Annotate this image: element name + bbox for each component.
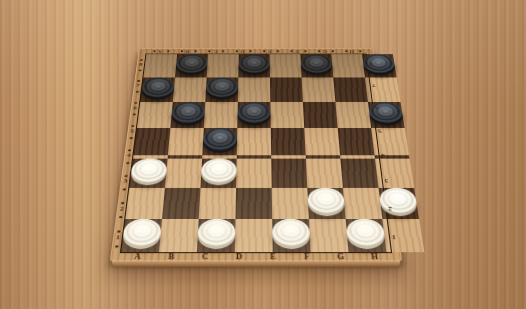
square-b1[interactable] — [159, 219, 199, 252]
square-a2[interactable] — [125, 188, 165, 219]
white-piece-f2[interactable] — [307, 188, 345, 213]
square-c8[interactable] — [207, 54, 239, 77]
square-b6[interactable] — [170, 102, 205, 128]
file-label-G: G — [323, 252, 358, 261]
black-piece-d6[interactable] — [237, 102, 270, 123]
square-e3[interactable] — [271, 159, 307, 188]
square-d1[interactable] — [235, 219, 273, 252]
square-d2[interactable] — [235, 188, 272, 219]
square-e7[interactable] — [270, 77, 303, 102]
black-piece-d8[interactable] — [238, 54, 269, 73]
black-piece-b8[interactable] — [175, 54, 208, 73]
square-d6[interactable] — [237, 102, 270, 128]
black-piece-a7[interactable] — [141, 77, 175, 97]
square-h8[interactable] — [362, 54, 397, 77]
black-piece-h6[interactable] — [368, 102, 404, 123]
board-field — [121, 54, 391, 252]
file-label-A: A — [120, 252, 155, 261]
white-piece-a3[interactable] — [130, 158, 168, 182]
square-f3[interactable] — [306, 159, 343, 188]
square-h2[interactable] — [379, 188, 420, 219]
square-g2[interactable] — [343, 188, 382, 219]
square-f6[interactable] — [303, 102, 338, 128]
square-b7[interactable] — [173, 77, 207, 102]
square-c2[interactable] — [199, 188, 236, 219]
square-d5[interactable] — [237, 128, 271, 155]
square-c5[interactable] — [202, 128, 237, 155]
white-piece-a1[interactable] — [122, 219, 162, 246]
square-a3[interactable] — [129, 159, 167, 188]
square-a1[interactable] — [121, 219, 162, 252]
square-c6[interactable] — [204, 102, 238, 128]
black-piece-h8[interactable] — [362, 54, 396, 73]
file-label-C: C — [188, 252, 222, 261]
square-a6[interactable] — [137, 102, 173, 128]
square-c3[interactable] — [200, 159, 236, 188]
square-g7[interactable] — [333, 77, 368, 102]
white-piece-c1[interactable] — [197, 219, 235, 246]
square-g8[interactable] — [331, 54, 365, 77]
square-f8[interactable] — [300, 54, 333, 77]
square-f2[interactable] — [307, 188, 345, 219]
square-h3[interactable] — [375, 159, 414, 188]
square-e1[interactable] — [272, 219, 310, 252]
square-f1[interactable] — [309, 219, 349, 252]
black-piece-c7[interactable] — [206, 77, 239, 97]
file-label-E: E — [256, 252, 290, 261]
square-e8[interactable] — [270, 54, 302, 77]
square-c1[interactable] — [197, 219, 236, 252]
file-label-D: D — [222, 252, 256, 261]
square-b8[interactable] — [175, 54, 208, 77]
square-c7[interactable] — [205, 77, 238, 102]
black-piece-c5[interactable] — [203, 128, 238, 150]
square-a5[interactable] — [133, 128, 170, 155]
file-label-F: F — [290, 252, 324, 261]
square-h5[interactable] — [371, 128, 409, 155]
square-h1[interactable] — [382, 219, 424, 252]
file-label-B: B — [154, 252, 189, 261]
square-g5[interactable] — [338, 128, 375, 155]
square-f5[interactable] — [304, 128, 340, 155]
square-a7[interactable] — [140, 77, 175, 102]
square-a8[interactable] — [143, 54, 177, 77]
square-f7[interactable] — [302, 77, 336, 102]
square-e2[interactable] — [272, 188, 309, 219]
square-d3[interactable] — [236, 159, 272, 188]
square-d7[interactable] — [238, 77, 271, 102]
square-g6[interactable] — [335, 102, 371, 128]
white-piece-g1[interactable] — [346, 219, 386, 246]
square-b2[interactable] — [162, 188, 200, 219]
square-e5[interactable] — [271, 128, 306, 155]
square-d8[interactable] — [238, 54, 270, 77]
black-piece-b6[interactable] — [171, 102, 205, 123]
checkers-board: ABCDEFGH ABCDEFGH 87654321 87654321 — [110, 48, 402, 261]
white-piece-h2[interactable] — [379, 188, 419, 213]
white-piece-e1[interactable] — [272, 219, 310, 246]
square-h7[interactable] — [365, 77, 401, 102]
square-g1[interactable] — [346, 219, 387, 252]
square-b3[interactable] — [165, 159, 202, 188]
square-e6[interactable] — [270, 102, 304, 128]
file-label-H: H — [357, 252, 392, 261]
square-b5[interactable] — [168, 128, 204, 155]
white-piece-c3[interactable] — [201, 158, 237, 182]
file-labels-bottom: ABCDEFGH — [120, 252, 392, 261]
square-g3[interactable] — [340, 159, 378, 188]
square-h6[interactable] — [368, 102, 405, 128]
black-piece-f8[interactable] — [300, 54, 332, 73]
